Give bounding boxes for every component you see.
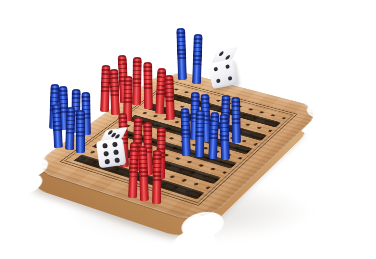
red-peg[interactable]: [138, 146, 149, 201]
blue-peg[interactable]: [180, 108, 191, 156]
die-pip: [114, 149, 120, 155]
blue-peg[interactable]: [192, 34, 203, 84]
blue-peg[interactable]: [208, 112, 219, 159]
die-pip: [103, 151, 109, 157]
blue-peg[interactable]: [219, 114, 230, 160]
die-pip: [218, 51, 224, 56]
die-pip: [104, 158, 110, 164]
die-pip: [227, 76, 232, 81]
die-front-face: [208, 58, 239, 89]
blue-peg[interactable]: [65, 107, 75, 150]
pieces-layer: [0, 0, 376, 259]
die-pip: [214, 67, 219, 72]
die-pip: [113, 142, 119, 148]
die-pip: [115, 157, 121, 163]
blue-peg[interactable]: [231, 97, 241, 143]
die-pip: [216, 78, 221, 83]
red-peg[interactable]: [109, 69, 120, 115]
red-peg[interactable]: [152, 150, 162, 204]
blue-peg[interactable]: [76, 110, 85, 153]
red-peg[interactable]: [128, 142, 139, 198]
blue-peg[interactable]: [195, 110, 205, 157]
die-front-face: [96, 138, 126, 168]
die-pip: [225, 65, 230, 70]
blue-peg[interactable]: [176, 28, 187, 80]
die-pip: [102, 143, 108, 149]
blue-peg[interactable]: [51, 104, 62, 148]
die[interactable]: [205, 47, 246, 91]
red-peg[interactable]: [164, 75, 175, 120]
red-peg[interactable]: [132, 57, 142, 105]
red-peg[interactable]: [143, 62, 153, 109]
travel-backgammon-photo: [0, 0, 376, 259]
